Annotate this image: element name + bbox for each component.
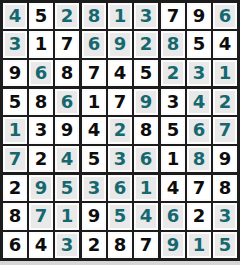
sudoku-box-6: 342567189 xyxy=(161,89,237,172)
cell-r7c2[interactable]: 9 xyxy=(29,175,53,201)
cell-r5c6[interactable]: 8 xyxy=(134,117,158,143)
cell-r1c6[interactable]: 3 xyxy=(134,3,158,29)
cell-r3c2[interactable]: 6 xyxy=(29,60,53,86)
sudoku-box-4: 586139724 xyxy=(3,89,79,172)
cell-r3c9[interactable]: 1 xyxy=(213,60,237,86)
cell-r9c7[interactable]: 9 xyxy=(161,232,185,258)
cell-r7c8[interactable]: 7 xyxy=(187,175,211,201)
cell-r9c1[interactable]: 6 xyxy=(3,232,27,258)
cell-r1c5[interactable]: 1 xyxy=(108,3,132,29)
cell-r5c1[interactable]: 1 xyxy=(3,117,27,143)
cell-r8c9[interactable]: 3 xyxy=(213,203,237,229)
cell-r1c7[interactable]: 7 xyxy=(161,3,185,29)
cell-r3c3[interactable]: 8 xyxy=(55,60,79,86)
cell-r1c4[interactable]: 8 xyxy=(82,3,106,29)
cell-r4c6[interactable]: 9 xyxy=(134,89,158,115)
cell-r6c4[interactable]: 5 xyxy=(82,146,106,172)
cell-r8c3[interactable]: 1 xyxy=(55,203,79,229)
cell-r5c9[interactable]: 7 xyxy=(213,117,237,143)
cell-r2c7[interactable]: 8 xyxy=(161,31,185,57)
cell-r9c5[interactable]: 8 xyxy=(108,232,132,258)
cell-r2c9[interactable]: 4 xyxy=(213,31,237,57)
cell-r9c8[interactable]: 1 xyxy=(187,232,211,258)
cell-r6c7[interactable]: 1 xyxy=(161,146,185,172)
cell-r4c2[interactable]: 8 xyxy=(29,89,53,115)
cell-r6c1[interactable]: 7 xyxy=(3,146,27,172)
sudoku-box-1: 452317968 xyxy=(3,3,79,86)
cell-r6c6[interactable]: 6 xyxy=(134,146,158,172)
cell-r2c8[interactable]: 5 xyxy=(187,31,211,57)
cell-r5c3[interactable]: 9 xyxy=(55,117,79,143)
cell-r7c1[interactable]: 2 xyxy=(3,175,27,201)
cell-r2c2[interactable]: 1 xyxy=(29,31,53,57)
cell-r6c2[interactable]: 2 xyxy=(29,146,53,172)
cell-r9c6[interactable]: 7 xyxy=(134,232,158,258)
cell-r7c9[interactable]: 8 xyxy=(213,175,237,201)
cell-r4c7[interactable]: 3 xyxy=(161,89,185,115)
cell-r2c6[interactable]: 2 xyxy=(134,31,158,57)
cell-r6c5[interactable]: 3 xyxy=(108,146,132,172)
sudoku-box-9: 478623915 xyxy=(161,175,237,258)
cell-r4c5[interactable]: 7 xyxy=(108,89,132,115)
cell-r4c9[interactable]: 2 xyxy=(213,89,237,115)
cell-r9c9[interactable]: 5 xyxy=(213,232,237,258)
cell-r3c7[interactable]: 2 xyxy=(161,60,185,86)
cell-r5c5[interactable]: 2 xyxy=(108,117,132,143)
cell-r8c6[interactable]: 4 xyxy=(134,203,158,229)
cell-r8c2[interactable]: 7 xyxy=(29,203,53,229)
cell-r7c3[interactable]: 5 xyxy=(55,175,79,201)
sudoku-box-7: 295871643 xyxy=(3,175,79,258)
cell-r3c5[interactable]: 4 xyxy=(108,60,132,86)
cell-r9c2[interactable]: 4 xyxy=(29,232,53,258)
cell-r5c2[interactable]: 3 xyxy=(29,117,53,143)
cell-r4c4[interactable]: 1 xyxy=(82,89,106,115)
cell-r2c3[interactable]: 7 xyxy=(55,31,79,57)
cell-r1c8[interactable]: 9 xyxy=(187,3,211,29)
cell-r8c1[interactable]: 8 xyxy=(3,203,27,229)
cell-r3c6[interactable]: 5 xyxy=(134,60,158,86)
cell-r8c8[interactable]: 2 xyxy=(187,203,211,229)
cell-r1c9[interactable]: 6 xyxy=(213,3,237,29)
cell-r1c2[interactable]: 5 xyxy=(29,3,53,29)
cell-r5c8[interactable]: 6 xyxy=(187,117,211,143)
cell-r6c8[interactable]: 8 xyxy=(187,146,211,172)
cell-r4c1[interactable]: 5 xyxy=(3,89,27,115)
cell-r9c3[interactable]: 3 xyxy=(55,232,79,258)
cell-r2c4[interactable]: 6 xyxy=(82,31,106,57)
cell-r6c3[interactable]: 4 xyxy=(55,146,79,172)
sudoku-box-8: 361954287 xyxy=(82,175,158,258)
sudoku-box-5: 179428536 xyxy=(82,89,158,172)
cell-r2c1[interactable]: 3 xyxy=(3,31,27,57)
cell-r3c1[interactable]: 9 xyxy=(3,60,27,86)
cell-r7c5[interactable]: 6 xyxy=(108,175,132,201)
cell-r5c7[interactable]: 5 xyxy=(161,117,185,143)
cell-r7c7[interactable]: 4 xyxy=(161,175,185,201)
cell-r4c8[interactable]: 4 xyxy=(187,89,211,115)
cell-r8c7[interactable]: 6 xyxy=(161,203,185,229)
cell-r2c5[interactable]: 9 xyxy=(108,31,132,57)
cell-r7c6[interactable]: 1 xyxy=(134,175,158,201)
cell-r4c3[interactable]: 6 xyxy=(55,89,79,115)
cell-r8c4[interactable]: 9 xyxy=(82,203,106,229)
cell-r7c4[interactable]: 3 xyxy=(82,175,106,201)
cell-r5c4[interactable]: 4 xyxy=(82,117,106,143)
cell-r8c5[interactable]: 5 xyxy=(108,203,132,229)
cell-r6c9[interactable]: 9 xyxy=(213,146,237,172)
sudoku-box-3: 796854231 xyxy=(161,3,237,86)
cell-r1c1[interactable]: 4 xyxy=(3,3,27,29)
sudoku-box-2: 813692745 xyxy=(82,3,158,86)
cell-r3c4[interactable]: 7 xyxy=(82,60,106,86)
sudoku-board: 4523179688136927457968542315861397241794… xyxy=(0,0,240,261)
cell-r9c4[interactable]: 2 xyxy=(82,232,106,258)
cell-r1c3[interactable]: 2 xyxy=(55,3,79,29)
cell-r3c8[interactable]: 3 xyxy=(187,60,211,86)
